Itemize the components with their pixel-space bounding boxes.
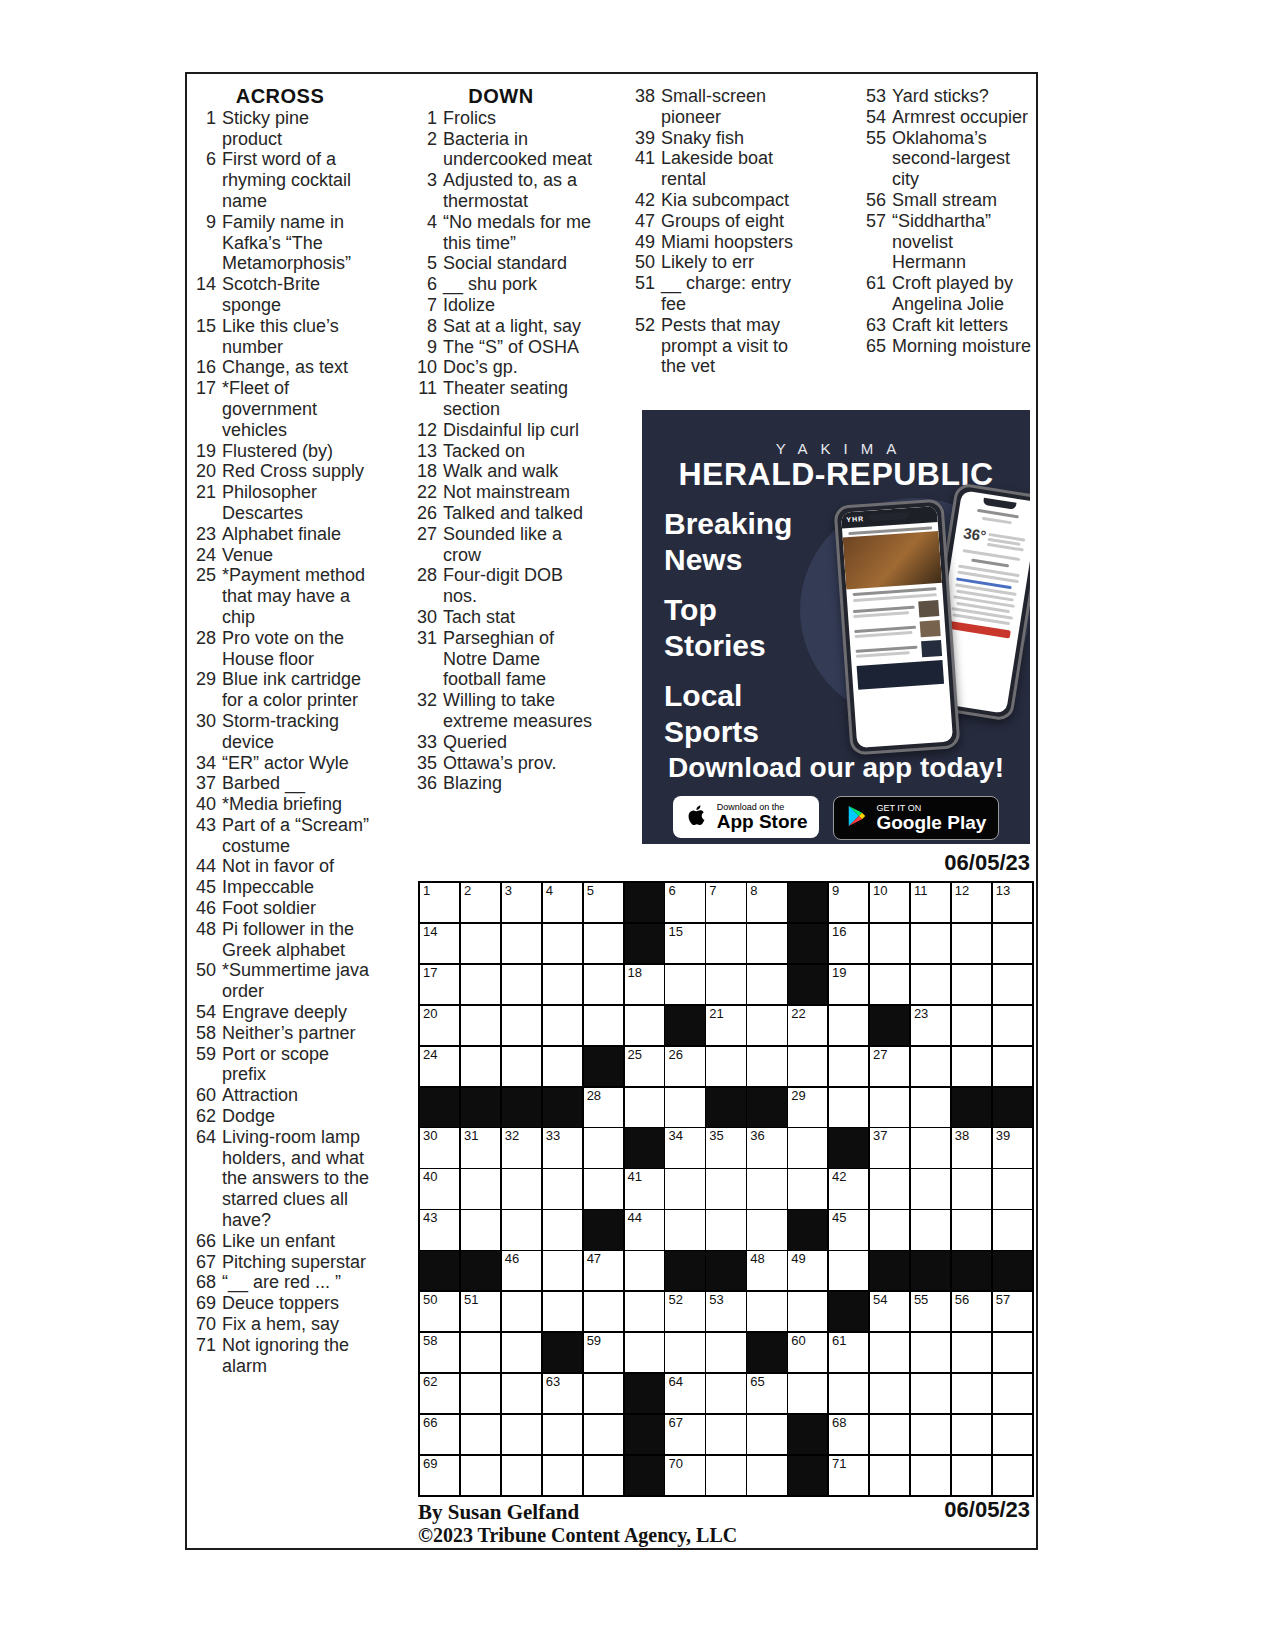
google-play-badge[interactable]: GET IT ON Google Play [833,796,999,840]
clue-number: 52 [627,315,661,377]
clue-number: 14 [188,274,222,316]
grid-cell[interactable] [952,1374,991,1413]
grid-cell[interactable] [952,1333,991,1372]
grid-cell[interactable] [461,1169,500,1208]
grid-cell[interactable] [502,1169,541,1208]
grid-cell[interactable]: 31 [461,1128,500,1167]
clue-across-67: 67Pitching superstar [188,1252,372,1273]
grid-cell[interactable] [747,1210,786,1249]
clue-text: Scotch-Brite sponge [222,274,372,316]
grid-cell[interactable]: 46 [502,1251,541,1290]
grid-cell[interactable]: 54 [870,1292,909,1331]
cell-number: 32 [505,1129,519,1143]
grid-cell[interactable] [706,1047,745,1086]
clue-down-57: 57“Siddhartha” novelist Hermann [856,211,1032,273]
grid-cell[interactable] [993,924,1032,963]
grid-cell[interactable]: 41 [625,1169,664,1208]
grid-cell[interactable] [870,1415,909,1454]
grid-cell[interactable] [952,924,991,963]
cell-number: 42 [832,1170,846,1184]
grid-cell[interactable] [870,1374,909,1413]
grid-cell[interactable]: 1 [420,883,459,922]
grid-cell[interactable] [829,1374,868,1413]
grid-cell[interactable] [625,1006,664,1045]
grid-cell[interactable] [870,1333,909,1372]
clue-across-64: 64Living-room lamp holders, and what the… [188,1127,372,1231]
clue-text: Morning moisture [892,336,1032,357]
grid-cell[interactable] [543,1251,582,1290]
grid-cell[interactable] [625,1292,664,1331]
clue-text: Pro vote on the House floor [222,628,372,670]
grid-cell[interactable] [911,965,950,1004]
cell-number: 52 [668,1293,682,1307]
grid-cell[interactable] [706,1374,745,1413]
clue-down-47: 47Groups of eight [627,211,809,232]
clue-text: Flustered (by) [222,441,372,462]
grid-cell[interactable] [870,1210,909,1249]
grid-cell[interactable] [461,924,500,963]
cell-number: 31 [464,1129,478,1143]
grid-cell[interactable]: 52 [665,1292,704,1331]
grid-cell[interactable] [543,965,582,1004]
clue-text: Willing to take extreme measures [443,690,593,732]
clue-number: 39 [627,128,661,149]
grid-cell[interactable] [502,1415,541,1454]
grid-cell[interactable] [911,1047,950,1086]
black-cell [502,1088,541,1127]
grid-cell[interactable]: 33 [543,1128,582,1167]
clue-number: 60 [188,1085,222,1106]
app-ad: YAKIMA HERALD-REPUBLIC Breaking NewsTop … [642,410,1030,844]
grid-cell[interactable] [747,1415,786,1454]
grid-cell[interactable] [747,1292,786,1331]
grid-cell[interactable]: 6 [665,883,704,922]
grid-cell[interactable] [706,1415,745,1454]
clue-text: *Summertime java order [222,960,372,1002]
clue-text: Talked and talked [443,503,593,524]
grid-cell[interactable] [788,1374,827,1413]
cell-number: 43 [423,1211,437,1225]
clue-text: Port or scope prefix [222,1044,372,1086]
grid-cell[interactable]: 15 [665,924,704,963]
grid-cell[interactable] [543,1456,582,1495]
grid-cell[interactable] [788,1292,827,1331]
grid-cell[interactable]: 26 [665,1047,704,1086]
grid-cell[interactable]: 13 [993,883,1032,922]
black-cell [665,1006,704,1045]
grid-cell[interactable] [665,965,704,1004]
black-cell [788,924,827,963]
grid-cell[interactable]: 17 [420,965,459,1004]
grid-cell[interactable]: 32 [502,1128,541,1167]
clue-text: Foot soldier [222,898,372,919]
black-cell [584,1047,623,1086]
grid-cell[interactable]: 4 [543,883,582,922]
cell-number: 12 [955,884,969,898]
black-cell [420,1251,459,1290]
clue-text: Sat at a light, say [443,316,593,337]
black-cell [870,1006,909,1045]
grid-cell[interactable] [870,965,909,1004]
grid-cell[interactable]: 9 [829,883,868,922]
grid-cell[interactable]: 47 [584,1251,623,1290]
grid-cell[interactable]: 8 [747,883,786,922]
clue-text: Small stream [892,190,1032,211]
news-item [854,620,941,642]
black-cell [625,1456,664,1495]
ad-tagline: Download our app today! [642,752,1030,784]
clue-number: 43 [188,815,222,857]
grid-cell[interactable]: 50 [420,1292,459,1331]
crossword-grid: 1234567891011121314151617181920212223242… [418,881,1034,1497]
grid-cell[interactable] [952,965,991,1004]
grid-cell[interactable] [993,1456,1032,1495]
clue-text: Four-digit DOB nos. [443,565,593,607]
grid-cell[interactable]: 5 [584,883,623,922]
grid-cell[interactable]: 35 [706,1128,745,1167]
grid-cell[interactable] [911,1333,950,1372]
grid-cell[interactable] [993,965,1032,1004]
clue-text: *Media briefing [222,794,372,815]
grid-cell[interactable] [461,1456,500,1495]
grid-cell[interactable] [747,924,786,963]
grid-cell[interactable] [870,1169,909,1208]
grid-cell[interactable] [543,1415,582,1454]
grid-cell[interactable]: 63 [543,1374,582,1413]
grid-cell[interactable] [952,1047,991,1086]
grid-cell[interactable] [543,1006,582,1045]
clue-number: 62 [188,1106,222,1127]
grid-cell[interactable] [911,1128,950,1167]
grid-cell[interactable] [747,1169,786,1208]
grid-cell[interactable] [584,1374,623,1413]
grid-cell[interactable] [461,1210,500,1249]
clue-down-56: 56Small stream [856,190,1032,211]
grid-cell[interactable] [788,1047,827,1086]
grid-cell[interactable] [829,1047,868,1086]
grid-cell[interactable] [706,1210,745,1249]
grid-cell[interactable]: 21 [706,1006,745,1045]
grid-cell[interactable]: 36 [747,1128,786,1167]
grid-cell[interactable]: 43 [420,1210,459,1249]
clue-text: Miami hoopsters [661,232,809,253]
grid-cell[interactable]: 28 [584,1088,623,1127]
clue-number: 25 [188,565,222,627]
cell-number: 54 [873,1293,887,1307]
grid-cell[interactable] [993,1210,1032,1249]
grid-cell[interactable]: 69 [420,1456,459,1495]
clue-across-45: 45Impeccable [188,877,372,898]
grid-cell[interactable] [584,1169,623,1208]
clue-down-9: 9The “S” of OSHA [409,337,593,358]
grid-cell[interactable] [584,1128,623,1167]
grid-cell[interactable]: 27 [870,1047,909,1086]
grid-cell[interactable] [911,924,950,963]
cell-number: 44 [628,1211,642,1225]
black-cell [952,1251,991,1290]
grid-cell[interactable] [584,965,623,1004]
clue-number: 22 [409,482,443,503]
grid-cell[interactable]: 45 [829,1210,868,1249]
clue-number: 71 [188,1335,222,1377]
grid-cell[interactable] [543,1210,582,1249]
across-clue-list: 1Sticky pine product6First word of a rhy… [188,108,372,1377]
clue-text: *Payment method that may have a chip [222,565,372,627]
clue-text: Armrest occupier [892,107,1032,128]
grid-cell[interactable] [502,1006,541,1045]
grid-cell[interactable] [502,965,541,1004]
clue-number: 31 [409,628,443,690]
grid-cell[interactable]: 56 [952,1292,991,1331]
grid-cell[interactable]: 65 [747,1374,786,1413]
clue-text: Living-room lamp holders, and what the a… [222,1127,372,1231]
clue-number: 47 [627,211,661,232]
clue-text: Oklahoma’s second-largest city [892,128,1032,190]
cell-number: 15 [668,925,682,939]
grid-cell[interactable] [584,1292,623,1331]
grid-cell[interactable] [625,1088,664,1127]
grid-cell[interactable] [911,1210,950,1249]
cell-number: 48 [750,1252,764,1266]
grid-cell[interactable]: 37 [870,1128,909,1167]
clue-text: Philosopher Descartes [222,482,372,524]
clue-down-61: 61Croft played by Angelina Jolie [856,273,1032,315]
grid-cell[interactable] [502,1047,541,1086]
grid-cell[interactable] [502,924,541,963]
clue-across-43: 43Part of a “Scream” costume [188,815,372,857]
grid-cell[interactable]: 22 [788,1006,827,1045]
cell-number: 3 [505,884,512,898]
grid-cell[interactable] [584,924,623,963]
black-cell [625,883,664,922]
phone-news-screen: YHR [841,506,953,748]
clue-text: __ charge: entry fee [661,273,809,315]
news-item [852,600,939,622]
grid-cell[interactable]: 57 [993,1292,1032,1331]
grid-cell[interactable] [952,1169,991,1208]
grid-cell[interactable] [829,1006,868,1045]
grid-cell[interactable] [461,1415,500,1454]
grid-cell[interactable] [502,1210,541,1249]
grid-cell[interactable] [952,1210,991,1249]
grid-cell[interactable]: 34 [665,1128,704,1167]
clue-across-17: 17*Fleet of government vehicles [188,378,372,440]
grid-cell[interactable]: 68 [829,1415,868,1454]
grid-cell[interactable] [502,1333,541,1372]
grid-cell[interactable] [543,1169,582,1208]
grid-cell[interactable]: 62 [420,1374,459,1413]
grid-cell[interactable]: 18 [625,965,664,1004]
grid-cell[interactable] [543,924,582,963]
grid-cell[interactable]: 51 [461,1292,500,1331]
grid-cell[interactable]: 3 [502,883,541,922]
clue-across-46: 46Foot soldier [188,898,372,919]
clue-number: 3 [409,170,443,212]
grid-cell[interactable] [993,1047,1032,1086]
clue-text: Barbed __ [222,773,372,794]
grid-cell[interactable]: 16 [829,924,868,963]
black-cell [788,1456,827,1495]
grid-cell[interactable]: 66 [420,1415,459,1454]
grid-cell[interactable] [543,1292,582,1331]
grid-cell[interactable] [747,965,786,1004]
clue-number: 55 [856,128,892,190]
grid-cell[interactable]: 11 [911,883,950,922]
grid-cell[interactable] [461,965,500,1004]
cell-number: 19 [832,966,846,980]
app-store-badge[interactable]: Download on the App Store [673,796,820,838]
clue-text: Croft played by Angelina Jolie [892,273,1032,315]
grid-cell[interactable] [461,1374,500,1413]
grid-cell[interactable] [665,1088,704,1127]
clue-number: 36 [409,773,443,794]
grid-cell[interactable]: 38 [952,1128,991,1167]
clue-number: 51 [627,273,661,315]
grid-cell[interactable]: 12 [952,883,991,922]
grid-cell[interactable] [502,1456,541,1495]
clue-number: 35 [409,753,443,774]
grid-cell[interactable] [665,1169,704,1208]
cell-number: 30 [423,1129,437,1143]
grid-cell[interactable] [788,1169,827,1208]
black-cell [706,1088,745,1127]
grid-cell[interactable] [911,1088,950,1127]
clue-down-18: 18Walk and walk [409,461,593,482]
grid-cell[interactable]: 71 [829,1456,868,1495]
ad-feature: Top Stories [664,592,816,664]
clue-text: Neither’s partner [222,1023,372,1044]
grid-cell[interactable]: 29 [788,1088,827,1127]
grid-cell[interactable] [911,1374,950,1413]
cell-number: 45 [832,1211,846,1225]
grid-cell[interactable]: 14 [420,924,459,963]
clue-text: Idolize [443,295,593,316]
grid-cell[interactable]: 67 [665,1415,704,1454]
grid-cell[interactable] [870,924,909,963]
clue-down-11: 11Theater seating section [409,378,593,420]
grid-cell[interactable] [870,1088,909,1127]
grid-cell[interactable]: 61 [829,1333,868,1372]
grid-cell[interactable] [665,1210,704,1249]
black-cell [870,1251,909,1290]
clue-number: 1 [188,108,222,150]
clue-across-6: 6First word of a rhyming cocktail name [188,149,372,211]
grid-cell[interactable] [584,1456,623,1495]
cell-number: 17 [423,966,437,980]
grid-cell[interactable] [706,1169,745,1208]
grid-cell[interactable] [461,1047,500,1086]
clue-text: Sticky pine product [222,108,372,150]
grid-cell[interactable]: 64 [665,1374,704,1413]
clue-down-32: 32Willing to take extreme measures [409,690,593,732]
grid-cell[interactable]: 44 [625,1210,664,1249]
black-cell [993,1251,1032,1290]
grid-cell[interactable]: 30 [420,1128,459,1167]
grid-cell[interactable] [461,1333,500,1372]
grid-cell[interactable] [993,1415,1032,1454]
cell-number: 33 [546,1129,560,1143]
grid-cell[interactable] [747,1006,786,1045]
grid-cell[interactable]: 40 [420,1169,459,1208]
grid-cell[interactable]: 53 [706,1292,745,1331]
grid-cell[interactable] [665,1333,704,1372]
clue-down-1: 1Frolics [409,108,593,129]
grid-cell[interactable]: 24 [420,1047,459,1086]
grid-cell[interactable] [952,1456,991,1495]
grid-cell[interactable] [993,1333,1032,1372]
clue-across-48: 48Pi follower in the Greek alphabet [188,919,372,961]
grid-cell[interactable] [747,1456,786,1495]
grid-cell[interactable] [706,1456,745,1495]
grid-cell[interactable]: 48 [747,1251,786,1290]
clue-text: “ER” actor Wyle [222,753,372,774]
grid-cell[interactable] [993,1374,1032,1413]
grid-cell[interactable] [993,1169,1032,1208]
grid-cell[interactable] [584,1006,623,1045]
clue-number: 23 [188,524,222,545]
grid-cell[interactable]: 7 [706,883,745,922]
grid-cell[interactable] [870,1456,909,1495]
clue-down-31: 31Parseghian of Notre Dame football fame [409,628,593,690]
clue-text: Lakeside boat rental [661,148,809,190]
clue-down-6: 6__ shu pork [409,274,593,295]
grid-cell[interactable] [706,924,745,963]
grid-cell[interactable] [993,1006,1032,1045]
grid-cell[interactable]: 2 [461,883,500,922]
grid-cell[interactable] [706,1333,745,1372]
grid-cell[interactable]: 42 [829,1169,868,1208]
grid-cell[interactable] [747,1047,786,1086]
grid-cell[interactable]: 58 [420,1333,459,1372]
grid-cell[interactable]: 20 [420,1006,459,1045]
grid-cell[interactable] [788,1128,827,1167]
black-cell [993,1088,1032,1127]
cell-number: 55 [914,1293,928,1307]
grid-cell[interactable] [829,1088,868,1127]
grid-cell[interactable]: 70 [665,1456,704,1495]
black-cell [829,1128,868,1167]
grid-cell[interactable]: 10 [870,883,909,922]
grid-cell[interactable]: 59 [584,1333,623,1372]
grid-cell[interactable]: 19 [829,965,868,1004]
grid-cell[interactable]: 23 [911,1006,950,1045]
grid-cell[interactable] [911,1415,950,1454]
cell-number: 23 [914,1007,928,1021]
grid-cell[interactable] [952,1006,991,1045]
grid-cell[interactable]: 55 [911,1292,950,1331]
grid-cell[interactable] [911,1169,950,1208]
grid-cell[interactable]: 49 [788,1251,827,1290]
grid-cell[interactable] [625,1333,664,1372]
grid-cell[interactable] [502,1374,541,1413]
grid-cell[interactable]: 25 [625,1047,664,1086]
grid-cell[interactable]: 39 [993,1128,1032,1167]
grid-cell[interactable] [461,1006,500,1045]
grid-cell[interactable]: 60 [788,1333,827,1372]
grid-cell[interactable] [502,1292,541,1331]
clue-number: 9 [409,337,443,358]
clue-number: 59 [188,1044,222,1086]
grid-cell[interactable] [543,1047,582,1086]
grid-cell[interactable] [911,1456,950,1495]
grid-cell[interactable] [625,1251,664,1290]
clue-number: 30 [188,711,222,753]
grid-cell[interactable] [952,1415,991,1454]
grid-cell[interactable] [829,1251,868,1290]
grid-cell[interactable] [584,1415,623,1454]
grid-cell[interactable] [706,965,745,1004]
ad-feature: Breaking News [664,506,816,578]
